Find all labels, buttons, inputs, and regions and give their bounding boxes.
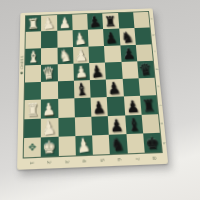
square-e2	[41, 81, 57, 99]
square-f3	[58, 99, 75, 118]
square-f4	[74, 98, 91, 117]
square-c8	[136, 44, 153, 61]
square-a7	[118, 12, 135, 28]
rank-number-3: 3	[64, 160, 69, 163]
piece-black-pawn-e6: ♟	[105, 79, 123, 97]
rank-number-4: 4	[82, 159, 87, 162]
board-corner-logo-icon: ✥	[24, 142, 41, 152]
square-c4: ♟	[73, 46, 89, 63]
square-b8	[134, 28, 151, 45]
square-b6: ♟	[103, 29, 120, 46]
piece-black-queen-d8: ♛	[136, 60, 155, 78]
square-f8: ♜	[140, 95, 158, 114]
square-d6	[105, 62, 122, 80]
piece-black-knight-b7: ♞	[118, 28, 136, 45]
square-c1: ♝	[25, 48, 41, 65]
piece-black-bishop-e4: ♝	[72, 80, 90, 99]
file-letter-a: a	[150, 18, 154, 20]
square-e1	[25, 82, 42, 100]
square-a3: ♟	[57, 15, 73, 31]
square-g5	[91, 116, 109, 136]
square-h1: ✥	[24, 137, 41, 157]
piece-black-pawn-b6: ♟	[103, 29, 120, 45]
piece-white-pawn-c4: ♟	[73, 47, 90, 63]
piece-white-queen-d2: ♛	[40, 64, 58, 83]
file-letter-c: c	[153, 51, 157, 53]
square-a8	[133, 12, 150, 28]
photo-background: ◉ CHESS ♜♟♟♟♜♟♟♞♝♞♟♟♛♟♟♛♝♟♜♟♟♟♜♟♟♝✥♚♟♞♚ …	[0, 0, 200, 200]
square-d2: ♛	[41, 64, 57, 82]
piece-black-rook-a6: ♜	[102, 14, 118, 29]
square-b3	[57, 30, 73, 47]
square-h3	[58, 136, 76, 156]
square-b2	[41, 31, 57, 48]
file-letter-d: d	[154, 68, 158, 70]
square-d8: ♛	[137, 61, 155, 79]
square-h6: ♞	[109, 134, 127, 154]
square-e3	[57, 81, 74, 99]
rank-number-8: 8	[152, 157, 158, 160]
piece-black-pawn-g6: ♟	[108, 116, 126, 134]
square-a6: ♜	[102, 13, 118, 29]
file-letter-f: f	[158, 104, 162, 105]
square-c2	[41, 47, 57, 64]
piece-white-pawn-d4: ♟	[73, 63, 90, 80]
square-g1	[24, 118, 41, 138]
rank-number-6: 6	[117, 158, 123, 161]
square-h2: ♚	[41, 136, 58, 156]
square-g6: ♟	[108, 115, 126, 135]
square-b4: ♟	[72, 30, 88, 47]
square-e6: ♟	[106, 79, 123, 97]
square-d7	[121, 61, 138, 79]
square-f2: ♟	[41, 99, 58, 118]
rank-number-5: 5	[99, 159, 104, 162]
square-a1: ♜	[26, 16, 42, 32]
piece-white-king-h2: ♚	[41, 138, 58, 156]
square-a2: ♟	[41, 15, 57, 31]
square-d1	[25, 65, 41, 83]
file-letter-g: g	[160, 122, 164, 124]
square-b5	[88, 29, 104, 46]
file-letter-e: e	[156, 85, 160, 87]
square-e7	[122, 78, 140, 96]
square-d5: ♟	[89, 62, 106, 80]
square-e5	[90, 80, 107, 98]
square-h7	[126, 133, 145, 153]
file-letter-h: h	[162, 142, 166, 145]
square-a5: ♟	[87, 14, 103, 30]
square-b7: ♞	[119, 28, 136, 45]
square-d3	[57, 63, 73, 81]
square-g2: ♟	[41, 118, 58, 138]
piece-black-pawn-a5: ♟	[86, 13, 103, 30]
file-letter-b: b	[151, 34, 155, 36]
square-g3	[58, 117, 75, 137]
square-f5: ♟	[91, 97, 108, 116]
square-c6	[104, 45, 121, 62]
brand-logo-icon: ◉	[19, 71, 24, 77]
rank-number-1: 1	[29, 161, 34, 164]
piece-white-pawn-a2: ♟	[40, 15, 57, 32]
piece-white-rook-f1: ♜	[24, 101, 41, 118]
square-g7: ♝	[125, 114, 143, 134]
piece-white-pawn-g2: ♟	[40, 117, 58, 137]
square-h8: ♚	[143, 133, 162, 153]
rank-number-2: 2	[46, 161, 51, 164]
square-b1	[26, 32, 42, 49]
piece-white-pawn-h4: ♟	[74, 135, 93, 156]
piece-white-pawn-f2: ♟	[41, 100, 58, 118]
piece-black-king-h8: ♚	[143, 134, 162, 152]
square-d4: ♟	[73, 63, 90, 81]
piece-white-pawn-a3: ♟	[56, 16, 72, 31]
square-h5	[92, 134, 110, 154]
square-a4	[72, 14, 88, 30]
piece-white-knight-c3: ♞	[56, 46, 73, 64]
square-c3: ♞	[57, 47, 73, 64]
square-e8	[138, 78, 156, 96]
piece-black-pawn-c7: ♟	[120, 46, 137, 61]
piece-white-rook-a1: ♜	[25, 16, 41, 32]
square-c7: ♟	[120, 44, 137, 61]
piece-black-bishop-g7: ♝	[124, 115, 143, 134]
square-c5	[88, 46, 105, 63]
square-f6	[107, 97, 125, 116]
piece-black-knight-h6: ♞	[108, 134, 127, 153]
piece-black-pawn-f5: ♟	[90, 98, 108, 116]
square-g4	[75, 116, 92, 136]
chess-board: ◉ CHESS ♜♟♟♟♜♟♟♞♝♞♟♟♛♟♟♛♝♟♜♟♟♟♜♟♟♝✥♚♟♞♚ …	[17, 8, 168, 169]
piece-white-pawn-b4: ♟	[71, 29, 88, 46]
chess-board-grid: ♜♟♟♟♜♟♟♞♝♞♟♟♛♟♟♛♝♟♜♟♟♟♜♟♟♝✥♚♟♞♚	[23, 11, 163, 158]
square-f1: ♜	[24, 100, 41, 119]
square-g8	[141, 114, 159, 133]
rank-number-7: 7	[134, 157, 140, 160]
piece-black-pawn-f7: ♟	[123, 97, 141, 114]
square-f7: ♟	[123, 96, 141, 115]
square-e4: ♝	[74, 80, 91, 98]
piece-white-bishop-c1: ♝	[25, 49, 41, 65]
piece-black-rook-f8: ♜	[139, 96, 158, 114]
piece-black-pawn-d5: ♟	[88, 62, 106, 81]
square-h4: ♟	[75, 135, 93, 155]
